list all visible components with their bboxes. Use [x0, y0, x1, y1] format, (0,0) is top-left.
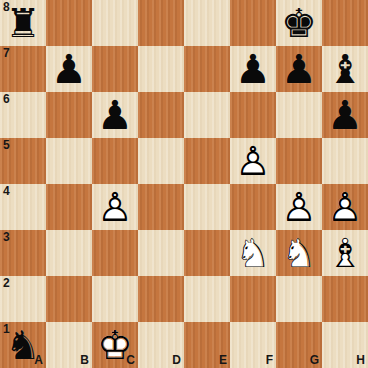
square-h1[interactable]: H — [322, 322, 368, 368]
white-king-icon[interactable]: ♚♔ — [92, 322, 138, 368]
piece-fill: ♟ — [92, 92, 138, 138]
square-b5[interactable] — [46, 138, 92, 184]
square-e3[interactable] — [184, 230, 230, 276]
black-king-icon[interactable]: ♚ — [276, 0, 322, 46]
white-bishop-icon[interactable]: ♝♗ — [322, 230, 368, 276]
rank-label: 4 — [3, 185, 10, 198]
piece-outline: ♙ — [92, 184, 138, 230]
chess-diagram: 8♜♚7♟♟♟♝6♟♟5♟♙4♟♙♟♙♟♙3♞♘♞♘♝♗21A♞BC♚♔DEFG… — [0, 0, 368, 368]
square-a6[interactable]: 6 — [0, 92, 46, 138]
white-pawn-icon[interactable]: ♟♙ — [92, 184, 138, 230]
piece-fill: ♟ — [322, 92, 368, 138]
square-h4[interactable]: ♟♙ — [322, 184, 368, 230]
square-h5[interactable] — [322, 138, 368, 184]
square-e5[interactable] — [184, 138, 230, 184]
file-label: B — [80, 354, 89, 367]
square-g2[interactable] — [276, 276, 322, 322]
square-g1[interactable]: G — [276, 322, 322, 368]
square-d2[interactable] — [138, 276, 184, 322]
black-pawn-icon[interactable]: ♟ — [276, 46, 322, 92]
piece-fill: ♜ — [0, 0, 46, 46]
square-d1[interactable]: D — [138, 322, 184, 368]
piece-fill: ♟ — [276, 46, 322, 92]
white-knight-icon[interactable]: ♞♘ — [230, 230, 276, 276]
square-e6[interactable] — [184, 92, 230, 138]
square-c6[interactable]: ♟ — [92, 92, 138, 138]
piece-outline: ♙ — [230, 138, 276, 184]
rank-label: 7 — [3, 47, 10, 60]
rank-label: 2 — [3, 277, 10, 290]
square-d5[interactable] — [138, 138, 184, 184]
piece-fill: ♚ — [276, 0, 322, 46]
square-b7[interactable]: ♟ — [46, 46, 92, 92]
square-g7[interactable]: ♟ — [276, 46, 322, 92]
square-c8[interactable] — [92, 0, 138, 46]
square-d8[interactable] — [138, 0, 184, 46]
square-h8[interactable] — [322, 0, 368, 46]
piece-outline: ♙ — [276, 184, 322, 230]
piece-fill: ♟ — [46, 46, 92, 92]
black-bishop-icon[interactable]: ♝ — [322, 46, 368, 92]
square-a4[interactable]: 4 — [0, 184, 46, 230]
piece-outline: ♘ — [276, 230, 322, 276]
square-g4[interactable]: ♟♙ — [276, 184, 322, 230]
piece-fill: ♟ — [230, 46, 276, 92]
square-h6[interactable]: ♟ — [322, 92, 368, 138]
square-a5[interactable]: 5 — [0, 138, 46, 184]
square-e7[interactable] — [184, 46, 230, 92]
square-c4[interactable]: ♟♙ — [92, 184, 138, 230]
square-d7[interactable] — [138, 46, 184, 92]
piece-outline: ♗ — [322, 230, 368, 276]
square-c2[interactable] — [92, 276, 138, 322]
file-label: E — [219, 354, 227, 367]
file-label: H — [356, 354, 365, 367]
square-a2[interactable]: 2 — [0, 276, 46, 322]
square-e1[interactable]: E — [184, 322, 230, 368]
white-pawn-icon[interactable]: ♟♙ — [276, 184, 322, 230]
square-g8[interactable]: ♚ — [276, 0, 322, 46]
square-b1[interactable]: B — [46, 322, 92, 368]
black-pawn-icon[interactable]: ♟ — [230, 46, 276, 92]
square-f8[interactable] — [230, 0, 276, 46]
square-g6[interactable] — [276, 92, 322, 138]
square-a3[interactable]: 3 — [0, 230, 46, 276]
rank-label: 3 — [3, 231, 10, 244]
chess-board: 8♜♚7♟♟♟♝6♟♟5♟♙4♟♙♟♙♟♙3♞♘♞♘♝♗21A♞BC♚♔DEFG… — [0, 0, 368, 368]
black-pawn-icon[interactable]: ♟ — [322, 92, 368, 138]
square-f7[interactable]: ♟ — [230, 46, 276, 92]
square-a1[interactable]: 1A♞ — [0, 322, 46, 368]
square-h2[interactable] — [322, 276, 368, 322]
piece-outline: ♙ — [322, 184, 368, 230]
square-f1[interactable]: F — [230, 322, 276, 368]
file-label: D — [172, 354, 181, 367]
file-label: G — [310, 354, 319, 367]
square-c1[interactable]: C♚♔ — [92, 322, 138, 368]
square-e2[interactable] — [184, 276, 230, 322]
white-knight-icon[interactable]: ♞♘ — [276, 230, 322, 276]
file-label: F — [266, 354, 273, 367]
square-g3[interactable]: ♞♘ — [276, 230, 322, 276]
square-h7[interactable]: ♝ — [322, 46, 368, 92]
square-b3[interactable] — [46, 230, 92, 276]
rank-label: 5 — [3, 139, 10, 152]
square-f3[interactable]: ♞♘ — [230, 230, 276, 276]
square-a7[interactable]: 7 — [0, 46, 46, 92]
square-d6[interactable] — [138, 92, 184, 138]
square-f6[interactable] — [230, 92, 276, 138]
piece-outline: ♘ — [230, 230, 276, 276]
piece-fill: ♞ — [0, 322, 46, 368]
square-b4[interactable] — [46, 184, 92, 230]
rank-label: 6 — [3, 93, 10, 106]
square-e4[interactable] — [184, 184, 230, 230]
black-pawn-icon[interactable]: ♟ — [92, 92, 138, 138]
square-c5[interactable] — [92, 138, 138, 184]
piece-outline: ♔ — [92, 322, 138, 368]
square-d3[interactable] — [138, 230, 184, 276]
square-b6[interactable] — [46, 92, 92, 138]
square-f2[interactable] — [230, 276, 276, 322]
square-a8[interactable]: 8♜ — [0, 0, 46, 46]
black-knight-icon[interactable]: ♞ — [0, 322, 46, 368]
black-pawn-icon[interactable]: ♟ — [46, 46, 92, 92]
piece-fill: ♝ — [322, 46, 368, 92]
black-rook-icon[interactable]: ♜ — [0, 0, 46, 46]
square-g5[interactable] — [276, 138, 322, 184]
square-e8[interactable] — [184, 0, 230, 46]
square-b2[interactable] — [46, 276, 92, 322]
white-pawn-icon[interactable]: ♟♙ — [230, 138, 276, 184]
square-b8[interactable] — [46, 0, 92, 46]
square-f4[interactable] — [230, 184, 276, 230]
white-pawn-icon[interactable]: ♟♙ — [322, 184, 368, 230]
square-c3[interactable] — [92, 230, 138, 276]
square-h3[interactable]: ♝♗ — [322, 230, 368, 276]
square-c7[interactable] — [92, 46, 138, 92]
square-f5[interactable]: ♟♙ — [230, 138, 276, 184]
square-d4[interactable] — [138, 184, 184, 230]
